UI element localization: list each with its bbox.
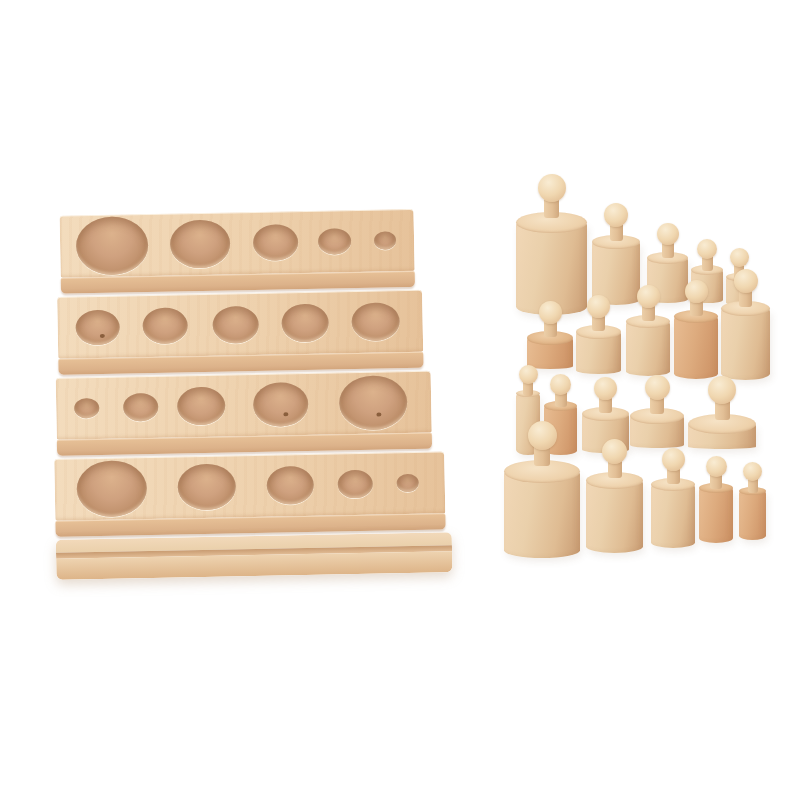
cylinder-knob (662, 448, 685, 471)
cylinder-body (626, 322, 670, 376)
knobbed-cylinder-4-1 (504, 421, 580, 560)
cylinder-knob (697, 239, 717, 259)
cylinder-knob (539, 301, 562, 324)
knobbed-cylinder-2-2 (576, 295, 621, 376)
cylinder-knob (708, 376, 736, 404)
cylinder-knob (706, 456, 727, 477)
cylinder-knob (734, 269, 758, 293)
cylinder-knob (645, 375, 670, 400)
cylinder-knob (743, 462, 762, 481)
cylinder-body (674, 317, 718, 379)
cylinder-knob (587, 295, 610, 318)
cylinder-body (504, 472, 580, 558)
cylinder-knob (538, 174, 566, 202)
cylinder-knob (594, 377, 617, 400)
knobbed-cylinder-3-5 (688, 376, 756, 451)
cylinder-knob (685, 280, 708, 303)
knobbed-cylinder-2-1 (527, 301, 573, 371)
cylinder-knob (602, 439, 627, 464)
knobbed-cylinder-2-3 (626, 285, 670, 378)
cylinder-knob (604, 203, 628, 227)
cylinder-body (699, 488, 733, 543)
cylinder-knob (528, 421, 557, 450)
cylinder-knob (730, 248, 749, 267)
knobbed-cylinder-4-5 (739, 462, 766, 542)
cylinder-knob (519, 365, 538, 384)
product-photo (0, 0, 800, 800)
knobbed-cylinders-group (0, 0, 800, 800)
knobbed-cylinder-4-3 (651, 448, 695, 550)
cylinder-body (721, 309, 770, 380)
cylinder-knob (657, 223, 679, 245)
knobbed-cylinder-4-2 (586, 439, 643, 555)
cylinder-body (651, 485, 695, 548)
cylinder-body (739, 491, 766, 540)
knobbed-cylinder-2-5 (721, 269, 770, 382)
knobbed-cylinder-2-4 (674, 280, 718, 381)
knobbed-cylinder-4-4 (699, 456, 733, 545)
cylinder-knob (637, 285, 660, 308)
cylinder-body (586, 481, 643, 553)
cylinder-knob (550, 374, 571, 395)
